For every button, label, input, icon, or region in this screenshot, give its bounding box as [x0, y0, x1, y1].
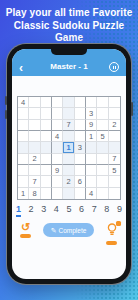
back-button[interactable]: ‹ [19, 63, 23, 73]
numpad-digit-4[interactable]: 4 [54, 204, 59, 217]
hint-count-badge [116, 221, 121, 226]
cell-r7c1[interactable] [18, 165, 29, 176]
cell-r5c4[interactable] [52, 142, 63, 153]
cell-r7c8[interactable] [97, 165, 108, 176]
cell-r8c8[interactable] [97, 176, 108, 187]
banner-text: Play your all time Favorite Classic Sudo… [0, 7, 138, 45]
cell-r8c5[interactable]: 2 [63, 176, 74, 187]
hint-button[interactable] [106, 222, 118, 245]
cell-r8c3[interactable] [41, 176, 52, 187]
undo-button[interactable]: ↺ [20, 222, 31, 238]
cell-r1c9[interactable] [109, 97, 120, 108]
numpad-digit-7[interactable]: 7 [92, 204, 97, 217]
undo-icon: ↺ [21, 222, 30, 233]
cell-r6c6[interactable] [75, 154, 86, 165]
cell-r9c3[interactable] [41, 188, 52, 199]
banner-line-1: Play your all time Favorite [0, 7, 138, 20]
cell-r2c9[interactable] [109, 108, 120, 119]
cell-r6c9[interactable]: 7 [109, 154, 120, 165]
cell-r5c8[interactable] [97, 142, 108, 153]
cell-r1c6[interactable] [75, 97, 86, 108]
cell-r4c5[interactable] [63, 131, 74, 142]
ad-badge [106, 241, 117, 245]
cell-r8c6[interactable]: 6 [75, 176, 86, 187]
cell-r6c1[interactable] [18, 154, 29, 165]
promo-screenshot: Play your all time Favorite Classic Sudo… [0, 0, 138, 300]
cell-r7c5[interactable] [63, 165, 74, 176]
cell-r5c7[interactable] [86, 142, 97, 153]
cell-r3c6[interactable] [75, 120, 86, 131]
number-pad: 123456789 [16, 204, 122, 217]
cell-r9c4[interactable] [52, 188, 63, 199]
cell-r8c1[interactable] [18, 176, 29, 187]
cell-r2c5[interactable] [63, 108, 74, 119]
cell-r6c8[interactable] [97, 154, 108, 165]
cell-r2c8[interactable] [97, 108, 108, 119]
cell-r4c6[interactable] [75, 131, 86, 142]
cell-r6c5[interactable] [63, 154, 74, 165]
level-title: Master - 1 [50, 63, 87, 71]
cell-r9c1[interactable]: 1 [18, 188, 29, 199]
cell-r2c7[interactable]: 3 [86, 108, 97, 119]
cell-r2c2[interactable] [29, 108, 40, 119]
cell-r6c2[interactable]: 2 [29, 154, 40, 165]
numpad-digit-5[interactable]: 5 [66, 204, 71, 217]
cell-r3c7[interactable]: 9 [86, 120, 97, 131]
cell-r9c7[interactable]: 4 [86, 188, 97, 199]
pause-icon[interactable] [109, 62, 119, 72]
cell-r7c6[interactable] [75, 165, 86, 176]
phone-power-button [131, 102, 133, 116]
phone-frame: ‹ Master - 1 43792415132795726184 123456… [7, 44, 131, 284]
sudoku-board: 43792415132795726184 [17, 96, 121, 200]
cell-r1c1[interactable]: 4 [18, 97, 29, 108]
cell-r3c9[interactable]: 2 [109, 120, 120, 131]
numpad-digit-1[interactable]: 1 [16, 204, 21, 217]
cell-r8c7[interactable] [86, 176, 97, 187]
cell-r5c6[interactable]: 3 [75, 142, 86, 153]
cell-r8c9[interactable] [109, 176, 120, 187]
cell-r7c3[interactable] [41, 165, 52, 176]
cell-r1c7[interactable] [86, 97, 97, 108]
cell-r1c8[interactable] [97, 97, 108, 108]
cell-r1c2[interactable] [29, 97, 40, 108]
cell-r4c1[interactable] [18, 131, 29, 142]
cell-r5c1[interactable] [18, 142, 29, 153]
cell-r7c4[interactable]: 9 [52, 165, 63, 176]
cell-r3c1[interactable] [18, 120, 29, 131]
complete-button[interactable]: ✎ Complete [43, 223, 95, 237]
cell-r7c9[interactable]: 5 [109, 165, 120, 176]
phone-notch [51, 49, 87, 55]
pencil-icon: ✎ [51, 227, 57, 234]
cell-r4c9[interactable] [109, 131, 120, 142]
complete-button-label: Complete [59, 227, 87, 234]
cell-r6c3[interactable] [41, 154, 52, 165]
cell-r5c3[interactable] [41, 142, 52, 153]
numpad-digit-2[interactable]: 2 [29, 204, 34, 217]
ad-badge [20, 234, 31, 238]
cell-r9c9[interactable] [109, 188, 120, 199]
app-screen: ‹ Master - 1 43792415132795726184 123456… [12, 49, 126, 279]
cell-r7c2[interactable] [29, 165, 40, 176]
numpad-digit-8[interactable]: 8 [104, 204, 109, 217]
toolbar: ↺ ✎ Complete [12, 218, 126, 245]
cell-r8c4[interactable] [52, 176, 63, 187]
cell-r7c7[interactable] [86, 165, 97, 176]
cell-r9c6[interactable] [75, 188, 86, 199]
cell-r3c3[interactable] [41, 120, 52, 131]
cell-r9c8[interactable] [97, 188, 108, 199]
cell-r5c5[interactable]: 1 [63, 142, 74, 153]
cell-r3c8[interactable] [97, 120, 108, 131]
cell-r9c2[interactable]: 8 [29, 188, 40, 199]
banner-line-2: Classic Sudoku Puzzle Game [0, 20, 138, 45]
cell-r2c6[interactable] [75, 108, 86, 119]
cell-r5c2[interactable] [29, 142, 40, 153]
cell-r3c2[interactable] [29, 120, 40, 131]
cell-r4c4[interactable]: 4 [52, 131, 63, 142]
numpad-digit-6[interactable]: 6 [79, 204, 84, 217]
cell-r2c1[interactable] [18, 108, 29, 119]
numpad-digit-9[interactable]: 9 [117, 204, 122, 217]
cell-r1c4[interactable] [52, 97, 63, 108]
cell-r8c2[interactable]: 7 [29, 176, 40, 187]
cell-r6c7[interactable] [86, 154, 97, 165]
phone-volume-button [5, 110, 7, 119]
cell-r3c4[interactable] [52, 120, 63, 131]
cell-r4c2[interactable] [29, 131, 40, 142]
phone-volume-button [5, 96, 7, 105]
cell-r5c9[interactable] [109, 142, 120, 153]
cell-r1c3[interactable] [41, 97, 52, 108]
cell-r4c8[interactable]: 5 [97, 131, 108, 142]
cell-r2c3[interactable] [41, 108, 52, 119]
cell-r4c7[interactable]: 1 [86, 131, 97, 142]
cell-r9c5[interactable] [63, 188, 74, 199]
lightbulb-icon [106, 222, 118, 240]
cell-r1c5[interactable] [63, 97, 74, 108]
numpad-digit-3[interactable]: 3 [41, 204, 46, 217]
cell-r3c5[interactable]: 7 [63, 120, 74, 131]
cell-r2c4[interactable] [52, 108, 63, 119]
cell-r6c4[interactable] [52, 154, 63, 165]
cell-r4c3[interactable] [41, 131, 52, 142]
